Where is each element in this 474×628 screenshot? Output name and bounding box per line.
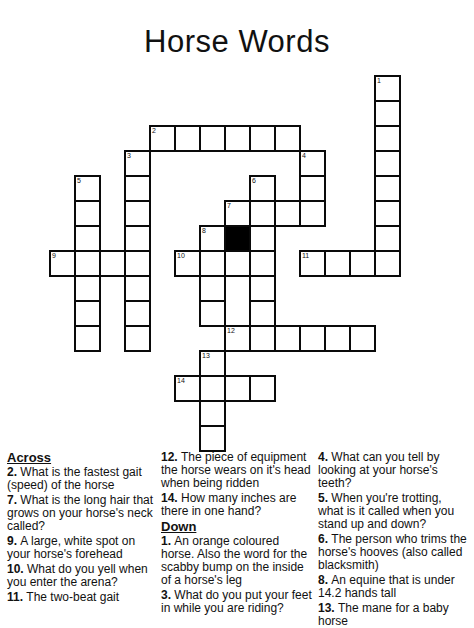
clue-number-label: 12. xyxy=(161,450,181,464)
clue-text: What do you put your feet in while you a… xyxy=(161,588,312,615)
clue-number-9: 9 xyxy=(52,252,56,260)
answer-cell-r4c13[interactable] xyxy=(374,175,401,202)
answer-cell-r5c7[interactable]: 7 xyxy=(224,200,251,227)
clue-number-7: 7 xyxy=(227,202,231,210)
crossword-worksheet: Horse Words 1234567891011121314 Across2.… xyxy=(0,0,474,628)
answer-cell-r6c6[interactable]: 8 xyxy=(199,225,226,252)
answer-cell-r3c13[interactable] xyxy=(374,150,401,177)
clue-list-heading-across: Across xyxy=(7,451,155,464)
clue-3: 3. What do you put your feet in while yo… xyxy=(161,589,313,615)
answer-cell-r10c1[interactable] xyxy=(74,325,101,352)
answer-cell-r12c5[interactable]: 14 xyxy=(174,375,201,402)
answer-cell-r6c8[interactable] xyxy=(249,225,276,252)
clue-number-12: 12 xyxy=(227,327,235,335)
clue-number-8: 8 xyxy=(202,227,206,235)
clue-8: 8. An equine that is under 14.2 hands ta… xyxy=(318,574,470,600)
clue-1: 1. An orange coloured horse. Also the wo… xyxy=(161,535,313,587)
answer-cell-r4c1[interactable]: 5 xyxy=(74,175,101,202)
answer-cell-r6c1[interactable] xyxy=(74,225,101,252)
clue-text: A large, white spot on your horse's fore… xyxy=(7,534,135,561)
answer-cell-r2c6[interactable] xyxy=(199,125,226,152)
answer-cell-r13c6[interactable] xyxy=(199,400,226,427)
clue-number-label: 3. xyxy=(161,588,174,602)
clue-number-label: 2. xyxy=(7,465,20,479)
answer-cell-r9c1[interactable] xyxy=(74,300,101,327)
answer-cell-r5c1[interactable] xyxy=(74,200,101,227)
answer-cell-r2c8[interactable] xyxy=(249,125,276,152)
answer-cell-r7c12[interactable] xyxy=(349,250,376,277)
clue-text: The piece of equipment the horse wears o… xyxy=(161,450,311,490)
answer-cell-r7c11[interactable] xyxy=(324,250,351,277)
clue-number-1: 1 xyxy=(377,77,381,85)
clue-text: What do you yell when you enter the aren… xyxy=(7,562,148,589)
answer-cell-r8c1[interactable] xyxy=(74,275,101,302)
clue-7: 7. What is the long hair that grows on y… xyxy=(7,494,155,533)
clue-number-11: 11 xyxy=(302,252,309,260)
clue-number-label: 9. xyxy=(7,534,20,548)
clue-number-5: 5 xyxy=(77,177,81,185)
clue-number-13: 13 xyxy=(202,352,210,360)
answer-cell-r0c13[interactable]: 1 xyxy=(374,75,401,102)
clue-text: An orange coloured horse. Also the word … xyxy=(161,534,307,587)
clue-number-label: 8. xyxy=(318,573,331,587)
clue-10: 10. What do you yell when you enter the … xyxy=(7,563,155,589)
answer-cell-r7c8[interactable] xyxy=(249,250,276,277)
answer-cell-r4c8[interactable]: 6 xyxy=(249,175,276,202)
answer-cell-r6c3[interactable] xyxy=(124,225,151,252)
clue-number-label: 13. xyxy=(318,601,338,615)
answer-cell-r9c3[interactable] xyxy=(124,300,151,327)
clue-number-label: 6. xyxy=(318,532,331,546)
clue-number-14: 14 xyxy=(177,377,185,385)
answer-cell-r8c8[interactable] xyxy=(249,275,276,302)
answer-cell-r14c6[interactable] xyxy=(199,425,226,452)
answer-cell-r7c10[interactable]: 11 xyxy=(299,250,326,277)
answer-cell-r5c10[interactable] xyxy=(299,200,326,227)
clue-9: 9. A large, white spot on your horse's f… xyxy=(7,535,155,561)
answer-cell-r2c9[interactable] xyxy=(274,125,301,152)
clue-number-6: 6 xyxy=(252,177,256,185)
clue-number-label: 7. xyxy=(7,493,20,507)
clue-text: What is the fastest gait (speed) of the … xyxy=(7,465,142,492)
answer-cell-r5c3[interactable] xyxy=(124,200,151,227)
clue-text: The two-beat gait xyxy=(26,590,119,604)
answer-cell-r12c6[interactable] xyxy=(199,375,226,402)
clue-list-heading-down: Down xyxy=(161,520,313,533)
clue-number-label: 1. xyxy=(161,534,174,548)
answer-cell-r7c3[interactable] xyxy=(124,250,151,277)
clue-13: 13. The mane for a baby horse xyxy=(318,602,470,628)
answer-cell-r2c7[interactable] xyxy=(224,125,251,152)
answer-cell-r5c13[interactable] xyxy=(374,200,401,227)
answer-cell-r2c4[interactable]: 2 xyxy=(149,125,176,152)
clue-text: What is the long hair that grows on your… xyxy=(7,493,153,533)
answer-cell-r1c13[interactable] xyxy=(374,100,401,127)
answer-cell-r11c6[interactable]: 13 xyxy=(199,350,226,377)
puzzle-title: Horse Words xyxy=(0,24,474,60)
answer-cell-r6c13[interactable] xyxy=(374,225,401,252)
answer-cell-r5c8[interactable] xyxy=(249,200,276,227)
clue-number-10: 10 xyxy=(177,252,185,260)
answer-cell-r10c11[interactable] xyxy=(324,325,351,352)
answer-cell-r7c2[interactable] xyxy=(99,250,126,277)
answer-cell-r10c12[interactable] xyxy=(349,325,376,352)
clue-column-right: 4. What can you tell by looking at your … xyxy=(318,451,470,628)
answer-cell-r10c7[interactable]: 12 xyxy=(224,325,251,352)
answer-cell-r7c7[interactable] xyxy=(224,250,251,277)
answer-cell-r7c0[interactable]: 9 xyxy=(49,250,76,277)
clue-number-label: 14. xyxy=(161,491,181,505)
clue-12: 12. The piece of equipment the horse wea… xyxy=(161,451,313,490)
answer-cell-r5c9[interactable] xyxy=(274,200,301,227)
clue-number-2: 2 xyxy=(152,127,156,135)
answer-cell-r7c6[interactable] xyxy=(199,250,226,277)
answer-cell-r10c10[interactable] xyxy=(299,325,326,352)
clue-6: 6. The person who trims the horse's hoov… xyxy=(318,533,470,572)
clue-text: How many inches are there in one hand? xyxy=(161,491,296,518)
clue-4: 4. What can you tell by looking at your … xyxy=(318,451,470,490)
clue-11: 11. The two-beat gait xyxy=(7,591,155,604)
clue-number-label: 11. xyxy=(7,590,26,604)
answer-cell-r2c5[interactable] xyxy=(174,125,201,152)
answer-cell-r10c8[interactable] xyxy=(249,325,276,352)
answer-cell-r4c10[interactable] xyxy=(299,175,326,202)
answer-cell-r3c3[interactable]: 3 xyxy=(124,150,151,177)
clue-text: The mane for a baby horse xyxy=(318,601,449,628)
answer-cell-r9c6[interactable] xyxy=(199,300,226,327)
answer-cell-r8c3[interactable] xyxy=(124,275,151,302)
answer-cell-r7c5[interactable]: 10 xyxy=(174,250,201,277)
clue-14: 14. How many inches are there in one han… xyxy=(161,492,313,518)
answer-cell-r10c3[interactable] xyxy=(124,325,151,352)
clue-number-label: 5. xyxy=(318,491,331,505)
clue-column-middle: 12. The piece of equipment the horse wea… xyxy=(161,451,313,617)
black-cell-r6c7 xyxy=(224,225,251,252)
clue-5: 5. When you're trotting, what is it call… xyxy=(318,492,470,531)
answer-cell-r8c6[interactable] xyxy=(199,275,226,302)
clue-text: What can you tell by looking at your hor… xyxy=(318,450,439,490)
answer-cell-r3c10[interactable]: 4 xyxy=(299,150,326,177)
answer-cell-r9c8[interactable] xyxy=(249,300,276,327)
clue-number-4: 4 xyxy=(302,152,306,160)
answer-cell-r2c13[interactable] xyxy=(374,125,401,152)
answer-cell-r12c8[interactable] xyxy=(249,375,276,402)
crossword-grid: 1234567891011121314 xyxy=(49,75,401,452)
answer-cell-r7c1[interactable] xyxy=(74,250,101,277)
answer-cell-r12c7[interactable] xyxy=(224,375,251,402)
answer-cell-r4c3[interactable] xyxy=(124,175,151,202)
clue-number-label: 10. xyxy=(7,562,27,576)
clue-text: When you're trotting, what is it called … xyxy=(318,491,454,531)
answer-cell-r10c9[interactable] xyxy=(274,325,301,352)
answer-cell-r7c13[interactable] xyxy=(374,250,401,277)
clue-number-3: 3 xyxy=(127,152,131,160)
clue-number-label: 4. xyxy=(318,450,331,464)
clue-2: 2. What is the fastest gait (speed) of t… xyxy=(7,466,155,492)
clue-text: The person who trims the horse's hooves … xyxy=(318,532,467,572)
clue-column-left: Across2. What is the fastest gait (speed… xyxy=(7,451,155,606)
clue-text: An equine that is under 14.2 hands tall xyxy=(318,573,455,600)
